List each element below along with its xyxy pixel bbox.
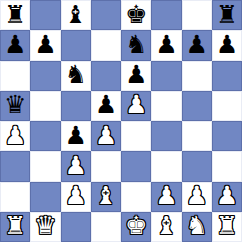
square-g8[interactable]	[182, 0, 212, 30]
square-c6[interactable]: ♞	[61, 61, 91, 91]
square-f6[interactable]	[151, 61, 181, 91]
piece-black-knight: ♞	[125, 32, 147, 57]
square-h2[interactable]: ♟	[212, 182, 242, 212]
square-a2[interactable]	[0, 182, 30, 212]
square-e8[interactable]: ♚	[121, 0, 151, 30]
square-c7[interactable]	[61, 30, 91, 60]
square-b3[interactable]	[30, 151, 60, 181]
piece-black-pawn: ♟	[34, 32, 56, 57]
square-d1[interactable]	[91, 212, 121, 242]
square-g3[interactable]	[182, 151, 212, 181]
square-c8[interactable]: ♝	[61, 0, 91, 30]
piece-white-queen: ♛	[34, 213, 56, 238]
piece-black-pawn: ♟	[64, 123, 86, 148]
square-h8[interactable]: ♜	[212, 0, 242, 30]
piece-white-pawn: ♟	[64, 153, 86, 178]
square-e6[interactable]: ♟	[121, 61, 151, 91]
piece-white-king: ♚	[125, 213, 147, 238]
square-b8[interactable]	[30, 0, 60, 30]
square-d7[interactable]	[91, 30, 121, 60]
square-c5[interactable]	[61, 91, 91, 121]
piece-white-pawn: ♟	[216, 183, 238, 208]
square-d4[interactable]: ♟	[91, 121, 121, 151]
square-e5[interactable]: ♟	[121, 91, 151, 121]
square-e4[interactable]	[121, 121, 151, 151]
square-d8[interactable]	[91, 0, 121, 30]
piece-white-rook: ♜	[216, 213, 238, 238]
square-b2[interactable]	[30, 182, 60, 212]
square-h1[interactable]: ♜	[212, 212, 242, 242]
piece-black-queen: ♛	[4, 92, 26, 117]
piece-black-pawn: ♟	[95, 92, 117, 117]
square-h7[interactable]: ♟	[212, 30, 242, 60]
piece-black-pawn: ♟	[185, 32, 207, 57]
square-a3[interactable]	[0, 151, 30, 181]
piece-white-rook: ♜	[4, 213, 26, 238]
square-g1[interactable]: ♞	[182, 212, 212, 242]
piece-white-pawn: ♟	[185, 183, 207, 208]
square-a8[interactable]: ♜	[0, 0, 30, 30]
piece-white-pawn: ♟	[155, 183, 177, 208]
piece-white-pawn: ♟	[95, 123, 117, 148]
square-b4[interactable]	[30, 121, 60, 151]
square-c1[interactable]	[61, 212, 91, 242]
square-f1[interactable]: ♝	[151, 212, 181, 242]
square-h5[interactable]	[212, 91, 242, 121]
square-d2[interactable]: ♝	[91, 182, 121, 212]
piece-white-bishop: ♝	[95, 183, 117, 208]
piece-black-pawn: ♟	[4, 32, 26, 57]
square-g5[interactable]	[182, 91, 212, 121]
square-b7[interactable]: ♟	[30, 30, 60, 60]
piece-black-pawn: ♟	[125, 62, 147, 87]
square-b6[interactable]	[30, 61, 60, 91]
square-a1[interactable]: ♜	[0, 212, 30, 242]
square-a7[interactable]: ♟	[0, 30, 30, 60]
square-c4[interactable]: ♟	[61, 121, 91, 151]
square-a5[interactable]: ♛	[0, 91, 30, 121]
square-f2[interactable]: ♟	[151, 182, 181, 212]
square-e3[interactable]	[121, 151, 151, 181]
square-d3[interactable]	[91, 151, 121, 181]
square-f5[interactable]	[151, 91, 181, 121]
square-g6[interactable]	[182, 61, 212, 91]
square-h4[interactable]	[212, 121, 242, 151]
square-d5[interactable]: ♟	[91, 91, 121, 121]
square-a6[interactable]	[0, 61, 30, 91]
square-f8[interactable]	[151, 0, 181, 30]
square-g4[interactable]	[182, 121, 212, 151]
square-e7[interactable]: ♞	[121, 30, 151, 60]
piece-black-pawn: ♟	[216, 32, 238, 57]
square-f7[interactable]: ♟	[151, 30, 181, 60]
square-b1[interactable]: ♛	[30, 212, 60, 242]
piece-black-rook: ♜	[216, 2, 238, 27]
chess-board: ♜♝♚♜♟♟♞♟♟♟♞♟♛♟♟♟♟♟♟♟♝♟♟♟♜♛♚♝♞♜	[0, 0, 242, 242]
square-h6[interactable]	[212, 61, 242, 91]
piece-black-rook: ♜	[4, 2, 26, 27]
piece-white-pawn: ♟	[125, 92, 147, 117]
square-g2[interactable]: ♟	[182, 182, 212, 212]
piece-black-king: ♚	[125, 2, 147, 27]
square-c3[interactable]: ♟	[61, 151, 91, 181]
square-e1[interactable]: ♚	[121, 212, 151, 242]
piece-white-pawn: ♟	[4, 123, 26, 148]
piece-black-pawn: ♟	[155, 32, 177, 57]
square-b5[interactable]	[30, 91, 60, 121]
square-d6[interactable]	[91, 61, 121, 91]
square-f4[interactable]	[151, 121, 181, 151]
piece-black-knight: ♞	[64, 62, 86, 87]
square-c2[interactable]: ♟	[61, 182, 91, 212]
piece-white-bishop: ♝	[155, 213, 177, 238]
square-h3[interactable]	[212, 151, 242, 181]
square-e2[interactable]	[121, 182, 151, 212]
piece-white-pawn: ♟	[64, 183, 86, 208]
piece-white-knight: ♞	[185, 213, 207, 238]
square-g7[interactable]: ♟	[182, 30, 212, 60]
piece-black-bishop: ♝	[64, 2, 86, 27]
square-f3[interactable]	[151, 151, 181, 181]
square-a4[interactable]: ♟	[0, 121, 30, 151]
